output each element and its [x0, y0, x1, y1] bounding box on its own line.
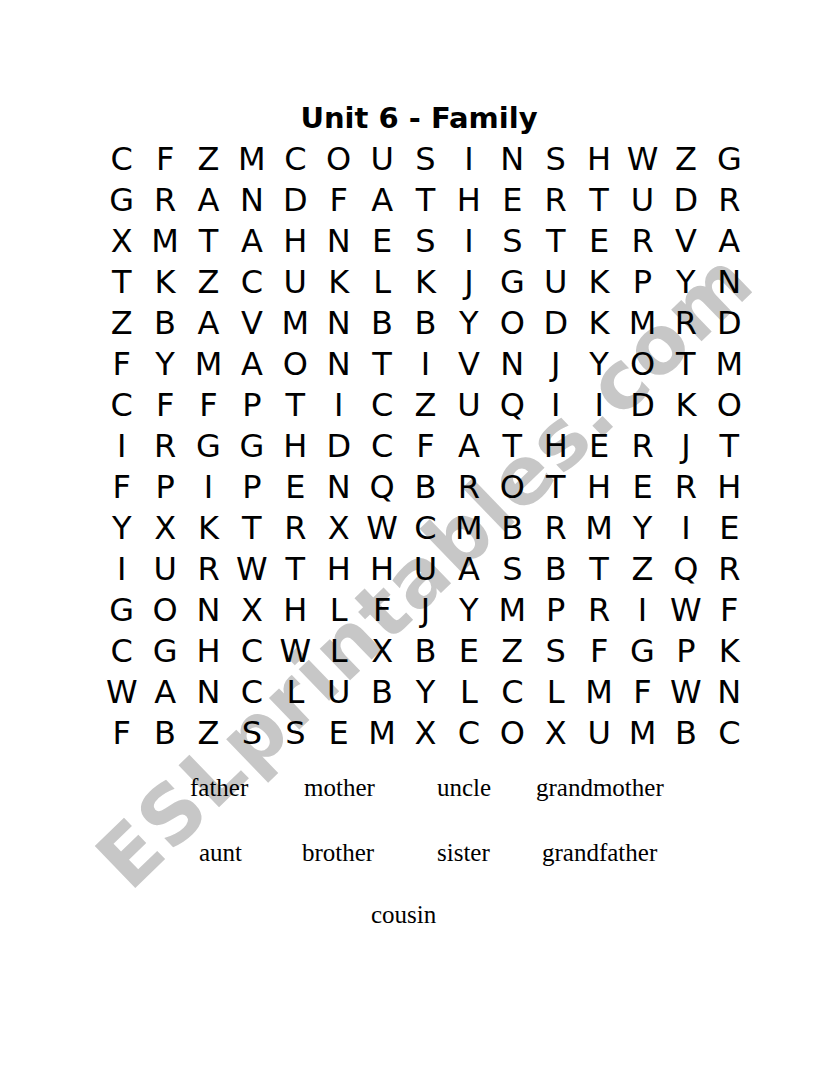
grid-cell-r1c1: C [100, 139, 143, 180]
grid-cell-r6c6: N [317, 344, 360, 385]
grid-cell-r15c6: E [317, 712, 360, 753]
grid-cell-r5c6: N [317, 303, 360, 344]
grid-cell-r15c7: M [360, 712, 403, 753]
grid-cell-r5c11: D [534, 303, 577, 344]
grid-cell-r8c15: T [708, 426, 751, 467]
grid-cell-r8c13: R [621, 426, 664, 467]
grid-cell-r15c2: B [143, 712, 186, 753]
grid-cell-r2c14: D [664, 180, 707, 221]
grid-cell-r8c5: H [274, 426, 317, 467]
grid-cell-r11c3: R [187, 548, 230, 589]
grid-cell-r5c12: K [577, 303, 620, 344]
grid-cell-r9c5: E [274, 466, 317, 507]
grid-cell-r5c1: Z [100, 303, 143, 344]
grid-cell-r12c8: J [404, 589, 447, 630]
grid-cell-r6c7: T [360, 344, 403, 385]
grid-cell-r2c9: H [447, 180, 490, 221]
grid-cell-r9c9: R [447, 466, 490, 507]
grid-cell-r8c8: F [404, 426, 447, 467]
grid-cell-r1c3: Z [187, 139, 230, 180]
grid-cell-r11c9: A [447, 548, 490, 589]
grid-cell-r2c11: R [534, 180, 577, 221]
word-aunt: aunt [199, 839, 242, 867]
grid-cell-r1c12: H [577, 139, 620, 180]
grid-cell-r8c14: J [664, 426, 707, 467]
grid-cell-r12c5: H [274, 589, 317, 630]
grid-cell-r4c4: C [230, 262, 273, 303]
grid-cell-r15c11: X [534, 712, 577, 753]
grid-cell-r9c2: P [143, 466, 186, 507]
word-cousin: cousin [371, 901, 436, 929]
grid-cell-r3c14: V [664, 221, 707, 262]
grid-cell-r1c11: S [534, 139, 577, 180]
grid-cell-r6c1: F [100, 344, 143, 385]
grid-cell-r15c12: U [577, 712, 620, 753]
grid-cell-r3c4: A [230, 221, 273, 262]
grid-cell-r4c10: G [491, 262, 534, 303]
grid-cell-r5c3: A [187, 303, 230, 344]
grid-cell-r8c10: T [491, 426, 534, 467]
grid-cell-r4c3: Z [187, 262, 230, 303]
grid-cell-r6c14: T [664, 344, 707, 385]
grid-cell-r9c7: Q [360, 466, 403, 507]
grid-cell-r3c3: T [187, 221, 230, 262]
grid-cell-r7c8: Z [404, 385, 447, 426]
grid-cell-r11c12: T [577, 548, 620, 589]
grid-cell-r12c10: M [491, 589, 534, 630]
grid-cell-r12c13: I [621, 589, 664, 630]
grid-cell-r2c5: D [274, 180, 317, 221]
grid-cell-r6c3: M [187, 344, 230, 385]
grid-cell-r8c4: G [230, 426, 273, 467]
grid-cell-r5c8: B [404, 303, 447, 344]
grid-cell-r3c2: M [143, 221, 186, 262]
grid-cell-r7c4: P [230, 385, 273, 426]
grid-cell-r2c4: N [230, 180, 273, 221]
grid-cell-r9c6: N [317, 466, 360, 507]
grid-cell-r4c2: K [143, 262, 186, 303]
grid-cell-r9c1: F [100, 466, 143, 507]
grid-cell-r9c15: H [708, 466, 751, 507]
grid-cell-r7c3: F [187, 385, 230, 426]
grid-cell-r2c2: R [143, 180, 186, 221]
grid-cell-r11c10: S [491, 548, 534, 589]
grid-cell-r4c14: Y [664, 262, 707, 303]
grid-cell-r2c6: F [317, 180, 360, 221]
grid-cell-r8c1: I [100, 426, 143, 467]
grid-cell-r9c8: B [404, 466, 447, 507]
grid-cell-r12c9: Y [447, 589, 490, 630]
grid-cell-r15c5: S [274, 712, 317, 753]
grid-cell-r12c2: O [143, 589, 186, 630]
grid-cell-r1c13: W [621, 139, 664, 180]
grid-cell-r8c11: H [534, 426, 577, 467]
grid-cell-r15c13: M [621, 712, 664, 753]
grid-cell-r4c11: U [534, 262, 577, 303]
grid-cell-r6c9: V [447, 344, 490, 385]
grid-cell-r10c5: R [274, 507, 317, 548]
grid-cell-r1c5: C [274, 139, 317, 180]
grid-cell-r3c10: S [491, 221, 534, 262]
grid-cell-r2c1: G [100, 180, 143, 221]
grid-cell-r12c15: F [708, 589, 751, 630]
grid-cell-r11c1: I [100, 548, 143, 589]
grid-cell-r14c10: C [491, 671, 534, 712]
grid-cell-r10c2: X [143, 507, 186, 548]
word-sister: sister [437, 839, 490, 867]
grid-cell-r13c8: B [404, 630, 447, 671]
grid-cell-r12c3: N [187, 589, 230, 630]
grid-cell-r2c15: R [708, 180, 751, 221]
grid-cell-r1c2: F [143, 139, 186, 180]
grid-cell-r1c8: S [404, 139, 447, 180]
grid-cell-r3c11: T [534, 221, 577, 262]
grid-cell-r11c11: B [534, 548, 577, 589]
grid-cell-r3c6: N [317, 221, 360, 262]
grid-cell-r6c12: Y [577, 344, 620, 385]
grid-cell-r3c1: X [100, 221, 143, 262]
grid-cell-r12c7: F [360, 589, 403, 630]
grid-cell-r9c10: O [491, 466, 534, 507]
grid-cell-r8c7: C [360, 426, 403, 467]
grid-cell-r14c5: L [274, 671, 317, 712]
grid-cell-r11c7: H [360, 548, 403, 589]
word-uncle: uncle [437, 774, 491, 802]
grid-cell-r4c1: T [100, 262, 143, 303]
grid-cell-r15c3: Z [187, 712, 230, 753]
grid-cell-r10c4: T [230, 507, 273, 548]
grid-cell-r7c5: T [274, 385, 317, 426]
grid-cell-r12c4: X [230, 589, 273, 630]
grid-cell-r11c6: H [317, 548, 360, 589]
grid-cell-r5c15: D [708, 303, 751, 344]
grid-cell-r10c8: C [404, 507, 447, 548]
grid-cell-r10c13: Y [621, 507, 664, 548]
grid-cell-r3c13: R [621, 221, 664, 262]
grid-cell-r6c13: O [621, 344, 664, 385]
word-brother: brother [302, 839, 374, 867]
grid-cell-r9c3: I [187, 466, 230, 507]
grid-cell-r3c5: H [274, 221, 317, 262]
grid-cell-r5c9: Y [447, 303, 490, 344]
grid-cell-r1c7: U [360, 139, 403, 180]
grid-cell-r2c7: A [360, 180, 403, 221]
grid-cell-r10c14: I [664, 507, 707, 548]
grid-cell-r1c6: O [317, 139, 360, 180]
grid-cell-r15c4: S [230, 712, 273, 753]
grid-cell-r14c8: Y [404, 671, 447, 712]
grid-cell-r14c4: C [230, 671, 273, 712]
grid-cell-r13c2: G [143, 630, 186, 671]
grid-cell-r1c14: Z [664, 139, 707, 180]
grid-cell-r3c15: A [708, 221, 751, 262]
grid-cell-r15c9: C [447, 712, 490, 753]
grid-cell-r13c1: C [100, 630, 143, 671]
grid-cell-r8c3: G [187, 426, 230, 467]
grid-cell-r7c2: F [143, 385, 186, 426]
grid-cell-r9c14: R [664, 466, 707, 507]
grid-cell-r6c11: J [534, 344, 577, 385]
grid-cell-r14c3: N [187, 671, 230, 712]
grid-cell-r14c9: L [447, 671, 490, 712]
grid-cell-r5c10: O [491, 303, 534, 344]
grid-cell-r1c10: N [491, 139, 534, 180]
grid-cell-r1c15: G [708, 139, 751, 180]
grid-cell-r4c5: U [274, 262, 317, 303]
page-title: Unit 6 - Family [0, 101, 838, 135]
grid-cell-r13c6: L [317, 630, 360, 671]
grid-cell-r5c2: B [143, 303, 186, 344]
grid-cell-r7c11: I [534, 385, 577, 426]
grid-cell-r6c5: O [274, 344, 317, 385]
grid-cell-r14c2: A [143, 671, 186, 712]
grid-cell-r12c11: P [534, 589, 577, 630]
grid-cell-r15c10: O [491, 712, 534, 753]
grid-cell-r13c15: K [708, 630, 751, 671]
grid-cell-r13c9: E [447, 630, 490, 671]
grid-cell-r13c11: S [534, 630, 577, 671]
grid-cell-r8c2: R [143, 426, 186, 467]
grid-cell-r13c3: H [187, 630, 230, 671]
grid-cell-r7c7: C [360, 385, 403, 426]
grid-cell-r15c1: F [100, 712, 143, 753]
grid-cell-r2c12: T [577, 180, 620, 221]
grid-cell-r4c12: K [577, 262, 620, 303]
grid-cell-r2c8: T [404, 180, 447, 221]
grid-cell-r13c10: Z [491, 630, 534, 671]
grid-cell-r10c11: R [534, 507, 577, 548]
grid-cell-r14c6: U [317, 671, 360, 712]
grid-cell-r3c12: E [577, 221, 620, 262]
grid-cell-r10c9: M [447, 507, 490, 548]
grid-cell-r4c13: P [621, 262, 664, 303]
grid-cell-r6c2: Y [143, 344, 186, 385]
grid-cell-r11c4: W [230, 548, 273, 589]
grid-cell-r13c14: P [664, 630, 707, 671]
grid-cell-r7c1: C [100, 385, 143, 426]
grid-cell-r7c15: O [708, 385, 751, 426]
grid-cell-r13c4: C [230, 630, 273, 671]
grid-cell-r2c10: E [491, 180, 534, 221]
grid-cell-r7c12: I [577, 385, 620, 426]
grid-cell-r15c8: X [404, 712, 447, 753]
grid-cell-r6c4: A [230, 344, 273, 385]
grid-cell-r10c1: Y [100, 507, 143, 548]
grid-cell-r1c4: M [230, 139, 273, 180]
grid-cell-r6c8: I [404, 344, 447, 385]
grid-cell-r7c14: K [664, 385, 707, 426]
grid-cell-r4c7: L [360, 262, 403, 303]
grid-cell-r14c13: F [621, 671, 664, 712]
grid-cell-r9c12: H [577, 466, 620, 507]
grid-cell-r11c15: R [708, 548, 751, 589]
grid-cell-r11c13: Z [621, 548, 664, 589]
grid-cell-r3c7: E [360, 221, 403, 262]
grid-cell-r1c9: I [447, 139, 490, 180]
grid-cell-r15c14: B [664, 712, 707, 753]
grid-cell-r11c8: U [404, 548, 447, 589]
grid-cell-r5c14: R [664, 303, 707, 344]
word-grandmother: grandmother [536, 774, 664, 802]
grid-cell-r14c14: W [664, 671, 707, 712]
grid-cell-r14c7: B [360, 671, 403, 712]
grid-cell-r6c15: M [708, 344, 751, 385]
word-father: father [190, 774, 248, 802]
grid-cell-r10c3: K [187, 507, 230, 548]
grid-cell-r10c12: M [577, 507, 620, 548]
grid-cell-r5c13: M [621, 303, 664, 344]
grid-cell-r11c5: T [274, 548, 317, 589]
word-grandfather: grandfather [542, 839, 657, 867]
grid-cell-r5c7: B [360, 303, 403, 344]
grid-cell-r12c6: L [317, 589, 360, 630]
worksheet-page: ESLprintables.com Unit 6 - Family CFZMCO… [0, 0, 838, 1086]
grid-cell-r7c10: Q [491, 385, 534, 426]
grid-cell-r14c1: W [100, 671, 143, 712]
grid-cell-r13c12: F [577, 630, 620, 671]
grid-cell-r3c8: S [404, 221, 447, 262]
grid-cell-r12c12: R [577, 589, 620, 630]
grid-cell-r4c6: K [317, 262, 360, 303]
grid-cell-r2c13: U [621, 180, 664, 221]
grid-cell-r13c5: W [274, 630, 317, 671]
grid-cell-r12c1: G [100, 589, 143, 630]
grid-cell-r15c15: C [708, 712, 751, 753]
word-mother: mother [304, 774, 375, 802]
grid-cell-r6c10: N [491, 344, 534, 385]
grid-cell-r10c7: W [360, 507, 403, 548]
grid-cell-r11c2: U [143, 548, 186, 589]
grid-cell-r7c9: U [447, 385, 490, 426]
grid-cell-r5c4: V [230, 303, 273, 344]
grid-cell-r8c12: E [577, 426, 620, 467]
grid-cell-r9c4: P [230, 466, 273, 507]
grid-cell-r10c15: E [708, 507, 751, 548]
grid-cell-r2c3: A [187, 180, 230, 221]
grid-cell-r14c12: M [577, 671, 620, 712]
grid-cell-r9c11: T [534, 466, 577, 507]
grid-cell-r5c5: M [274, 303, 317, 344]
grid-cell-r13c7: X [360, 630, 403, 671]
grid-cell-r12c14: W [664, 589, 707, 630]
grid-cell-r7c6: I [317, 385, 360, 426]
grid-cell-r4c8: K [404, 262, 447, 303]
grid-cell-r7c13: D [621, 385, 664, 426]
grid-cell-r4c9: J [447, 262, 490, 303]
grid-cell-r8c9: A [447, 426, 490, 467]
grid-cell-r13c13: G [621, 630, 664, 671]
wordsearch-grid: CFZMCOUSINSHWZGGRANDFATHERTUDRXMTAHNESIS… [100, 139, 751, 753]
grid-cell-r14c15: N [708, 671, 751, 712]
grid-cell-r14c11: L [534, 671, 577, 712]
grid-cell-r3c9: I [447, 221, 490, 262]
grid-cell-r4c15: N [708, 262, 751, 303]
grid-cell-r10c6: X [317, 507, 360, 548]
grid-cell-r10c10: B [491, 507, 534, 548]
grid-cell-r9c13: E [621, 466, 664, 507]
grid-cell-r8c6: D [317, 426, 360, 467]
grid-cell-r11c14: Q [664, 548, 707, 589]
